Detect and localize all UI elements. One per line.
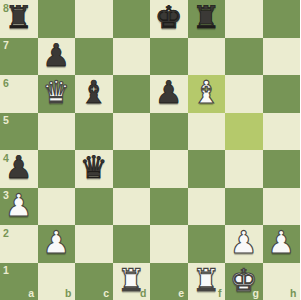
square-e8[interactable]: ♚ [150,0,188,38]
white-rook-icon[interactable]: ♜ [117,262,145,300]
square-c2[interactable] [75,225,113,263]
square-b7[interactable]: ♟ [38,38,76,76]
white-bishop-icon[interactable]: ♝ [192,74,220,112]
square-h2[interactable]: ♟ [263,225,301,263]
square-b1[interactable]: b [38,263,76,300]
rank-label-5: 5 [3,115,9,126]
rank-label-2: 2 [3,228,9,239]
rank-label-1: 1 [3,265,9,276]
square-b8[interactable] [38,0,76,38]
square-g4[interactable] [225,150,263,188]
square-a8[interactable]: 8♜ [0,0,38,38]
square-a7[interactable]: 7 [0,38,38,76]
square-g5[interactable] [225,113,263,151]
square-c7[interactable] [75,38,113,76]
square-d7[interactable] [113,38,151,76]
square-b5[interactable] [38,113,76,151]
square-g6[interactable] [225,75,263,113]
square-h6[interactable] [263,75,301,113]
square-a6[interactable]: 6 [0,75,38,113]
square-e4[interactable] [150,150,188,188]
square-d4[interactable] [113,150,151,188]
square-f4[interactable] [188,150,226,188]
black-bishop-icon[interactable]: ♝ [80,74,108,112]
square-g2[interactable]: ♟ [225,225,263,263]
square-g8[interactable] [225,0,263,38]
white-king-icon[interactable]: ♚ [230,262,258,300]
square-a1[interactable]: 1a [0,263,38,300]
rank-label-6: 6 [3,78,9,89]
square-d6[interactable] [113,75,151,113]
file-label-c: c [103,288,109,299]
black-rook-icon[interactable]: ♜ [5,0,33,37]
square-g3[interactable] [225,188,263,226]
square-b2[interactable]: ♟ [38,225,76,263]
square-f1[interactable]: f♜ [188,263,226,300]
file-label-b: b [65,288,71,299]
file-label-h: h [290,288,296,299]
file-label-e: e [178,288,184,299]
square-h3[interactable] [263,188,301,226]
square-d5[interactable] [113,113,151,151]
square-b4[interactable] [38,150,76,188]
square-g7[interactable] [225,38,263,76]
white-pawn-icon[interactable]: ♟ [5,187,33,225]
white-pawn-icon[interactable]: ♟ [230,224,258,262]
square-e6[interactable]: ♟ [150,75,188,113]
square-f8[interactable]: ♜ [188,0,226,38]
square-e5[interactable] [150,113,188,151]
square-h8[interactable] [263,0,301,38]
square-e1[interactable]: e [150,263,188,300]
square-h1[interactable]: h [263,263,301,300]
square-g1[interactable]: g♚ [225,263,263,300]
square-e7[interactable] [150,38,188,76]
square-d2[interactable] [113,225,151,263]
square-f5[interactable] [188,113,226,151]
black-pawn-icon[interactable]: ♟ [5,149,33,187]
black-king-icon[interactable]: ♚ [155,0,183,37]
file-label-a: a [28,288,34,299]
square-c3[interactable] [75,188,113,226]
square-c6[interactable]: ♝ [75,75,113,113]
square-h7[interactable] [263,38,301,76]
square-c8[interactable] [75,0,113,38]
square-h4[interactable] [263,150,301,188]
square-f6[interactable]: ♝ [188,75,226,113]
white-pawn-icon[interactable]: ♟ [267,224,295,262]
black-pawn-icon[interactable]: ♟ [155,74,183,112]
white-rook-icon[interactable]: ♜ [192,262,220,300]
square-d1[interactable]: d♜ [113,263,151,300]
black-pawn-icon[interactable]: ♟ [42,37,70,75]
square-f3[interactable] [188,188,226,226]
square-c1[interactable]: c [75,263,113,300]
square-a2[interactable]: 2 [0,225,38,263]
square-a4[interactable]: 4♟ [0,150,38,188]
square-b3[interactable] [38,188,76,226]
chess-board: 8♜♚♜7♟6♛♝♟♝54♟♛3♟2♟♟♟1abcd♜ef♜g♚h [0,0,300,300]
square-c5[interactable] [75,113,113,151]
square-e2[interactable] [150,225,188,263]
square-e3[interactable] [150,188,188,226]
white-pawn-icon[interactable]: ♟ [42,224,70,262]
rank-label-7: 7 [3,40,9,51]
square-f2[interactable] [188,225,226,263]
square-d3[interactable] [113,188,151,226]
black-queen-icon[interactable]: ♛ [80,149,108,187]
square-c4[interactable]: ♛ [75,150,113,188]
square-d8[interactable] [113,0,151,38]
square-h5[interactable] [263,113,301,151]
square-a5[interactable]: 5 [0,113,38,151]
square-b6[interactable]: ♛ [38,75,76,113]
square-a3[interactable]: 3♟ [0,188,38,226]
black-rook-icon[interactable]: ♜ [192,0,220,37]
white-queen-icon[interactable]: ♛ [42,74,70,112]
square-f7[interactable] [188,38,226,76]
